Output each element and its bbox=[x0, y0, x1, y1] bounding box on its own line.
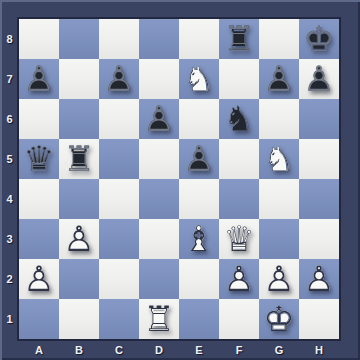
piece-white-king[interactable]: ♚♔ bbox=[259, 299, 299, 339]
piece-black-pawn[interactable]: ♟♙ bbox=[299, 59, 339, 99]
square-c4[interactable] bbox=[99, 179, 139, 219]
square-b3[interactable]: ♟♙ bbox=[59, 219, 99, 259]
square-d7[interactable] bbox=[139, 59, 179, 99]
file-label-g: G bbox=[259, 341, 299, 359]
square-b1[interactable] bbox=[59, 299, 99, 339]
square-b8[interactable] bbox=[59, 19, 99, 59]
piece-white-knight[interactable]: ♞♘ bbox=[179, 59, 219, 99]
square-c1[interactable] bbox=[99, 299, 139, 339]
piece-white-pawn[interactable]: ♟♙ bbox=[219, 259, 259, 299]
file-label-b: B bbox=[59, 341, 99, 359]
piece-black-rook[interactable]: ♜♖ bbox=[59, 139, 99, 179]
square-h3[interactable] bbox=[299, 219, 339, 259]
square-g6[interactable] bbox=[259, 99, 299, 139]
square-e8[interactable] bbox=[179, 19, 219, 59]
square-e2[interactable] bbox=[179, 259, 219, 299]
square-a8[interactable] bbox=[19, 19, 59, 59]
board-grid: ♜♖♚♔♟♙♟♙♞♘♟♙♟♙♟♙♞♘♛♕♜♖♟♙♞♘♟♙♝♗♛♕♟♙♟♙♟♙♟♙… bbox=[19, 19, 339, 339]
square-g5[interactable]: ♞♘ bbox=[259, 139, 299, 179]
square-h2[interactable]: ♟♙ bbox=[299, 259, 339, 299]
square-a6[interactable] bbox=[19, 99, 59, 139]
square-f8[interactable]: ♜♖ bbox=[219, 19, 259, 59]
square-b7[interactable] bbox=[59, 59, 99, 99]
file-label-f: F bbox=[219, 341, 259, 359]
piece-black-pawn[interactable]: ♟♙ bbox=[19, 59, 59, 99]
square-e4[interactable] bbox=[179, 179, 219, 219]
file-label-c: C bbox=[99, 341, 139, 359]
square-h6[interactable] bbox=[299, 99, 339, 139]
square-c8[interactable] bbox=[99, 19, 139, 59]
square-e1[interactable] bbox=[179, 299, 219, 339]
square-h5[interactable] bbox=[299, 139, 339, 179]
square-d6[interactable]: ♟♙ bbox=[139, 99, 179, 139]
square-c5[interactable] bbox=[99, 139, 139, 179]
square-f1[interactable] bbox=[219, 299, 259, 339]
square-c7[interactable]: ♟♙ bbox=[99, 59, 139, 99]
square-b2[interactable] bbox=[59, 259, 99, 299]
piece-black-knight[interactable]: ♞♘ bbox=[219, 99, 259, 139]
piece-black-pawn[interactable]: ♟♙ bbox=[99, 59, 139, 99]
square-e7[interactable]: ♞♘ bbox=[179, 59, 219, 99]
square-d5[interactable] bbox=[139, 139, 179, 179]
square-e6[interactable] bbox=[179, 99, 219, 139]
square-b6[interactable] bbox=[59, 99, 99, 139]
piece-black-pawn[interactable]: ♟♙ bbox=[139, 99, 179, 139]
square-h4[interactable] bbox=[299, 179, 339, 219]
rank-label-4: 4 bbox=[0, 179, 19, 219]
rank-label-6: 6 bbox=[0, 99, 19, 139]
rank-label-7: 7 bbox=[0, 59, 19, 99]
square-a1[interactable] bbox=[19, 299, 59, 339]
square-f7[interactable] bbox=[219, 59, 259, 99]
square-g7[interactable]: ♟♙ bbox=[259, 59, 299, 99]
square-f6[interactable]: ♞♘ bbox=[219, 99, 259, 139]
square-b4[interactable] bbox=[59, 179, 99, 219]
square-d1[interactable]: ♜♖ bbox=[139, 299, 179, 339]
square-g3[interactable] bbox=[259, 219, 299, 259]
piece-black-king[interactable]: ♚♔ bbox=[299, 19, 339, 59]
square-f2[interactable]: ♟♙ bbox=[219, 259, 259, 299]
square-a3[interactable] bbox=[19, 219, 59, 259]
square-g8[interactable] bbox=[259, 19, 299, 59]
rank-label-1: 1 bbox=[0, 299, 19, 339]
piece-white-queen[interactable]: ♛♕ bbox=[219, 219, 259, 259]
square-f4[interactable] bbox=[219, 179, 259, 219]
square-f3[interactable]: ♛♕ bbox=[219, 219, 259, 259]
square-d4[interactable] bbox=[139, 179, 179, 219]
square-g4[interactable] bbox=[259, 179, 299, 219]
square-d8[interactable] bbox=[139, 19, 179, 59]
square-a4[interactable] bbox=[19, 179, 59, 219]
square-h1[interactable] bbox=[299, 299, 339, 339]
rank-label-5: 5 bbox=[0, 139, 19, 179]
file-label-d: D bbox=[139, 341, 179, 359]
square-c2[interactable] bbox=[99, 259, 139, 299]
file-label-h: H bbox=[299, 341, 339, 359]
piece-black-pawn[interactable]: ♟♙ bbox=[179, 139, 219, 179]
rank-label-8: 8 bbox=[0, 19, 19, 59]
square-e3[interactable]: ♝♗ bbox=[179, 219, 219, 259]
square-d2[interactable] bbox=[139, 259, 179, 299]
square-h8[interactable]: ♚♔ bbox=[299, 19, 339, 59]
piece-black-pawn[interactable]: ♟♙ bbox=[259, 59, 299, 99]
piece-white-rook[interactable]: ♜♖ bbox=[139, 299, 179, 339]
rank-label-3: 3 bbox=[0, 219, 19, 259]
piece-white-knight[interactable]: ♞♘ bbox=[259, 139, 299, 179]
square-c6[interactable] bbox=[99, 99, 139, 139]
square-h7[interactable]: ♟♙ bbox=[299, 59, 339, 99]
rank-label-2: 2 bbox=[0, 259, 19, 299]
file-label-a: A bbox=[19, 341, 59, 359]
piece-white-bishop[interactable]: ♝♗ bbox=[179, 219, 219, 259]
piece-white-pawn[interactable]: ♟♙ bbox=[19, 259, 59, 299]
piece-white-pawn[interactable]: ♟♙ bbox=[259, 259, 299, 299]
square-a7[interactable]: ♟♙ bbox=[19, 59, 59, 99]
square-a2[interactable]: ♟♙ bbox=[19, 259, 59, 299]
square-g1[interactable]: ♚♔ bbox=[259, 299, 299, 339]
square-a5[interactable]: ♛♕ bbox=[19, 139, 59, 179]
file-label-e: E bbox=[179, 341, 219, 359]
square-d3[interactable] bbox=[139, 219, 179, 259]
square-c3[interactable] bbox=[99, 219, 139, 259]
square-e5[interactable]: ♟♙ bbox=[179, 139, 219, 179]
piece-white-pawn[interactable]: ♟♙ bbox=[299, 259, 339, 299]
piece-black-queen[interactable]: ♛♕ bbox=[19, 139, 59, 179]
square-g2[interactable]: ♟♙ bbox=[259, 259, 299, 299]
piece-white-pawn[interactable]: ♟♙ bbox=[59, 219, 99, 259]
chess-board: ♜♖♚♔♟♙♟♙♞♘♟♙♟♙♟♙♞♘♛♕♜♖♟♙♞♘♟♙♝♗♛♕♟♙♟♙♟♙♟♙… bbox=[0, 0, 360, 360]
piece-black-rook[interactable]: ♜♖ bbox=[219, 19, 259, 59]
square-f5[interactable] bbox=[219, 139, 259, 179]
square-b5[interactable]: ♜♖ bbox=[59, 139, 99, 179]
